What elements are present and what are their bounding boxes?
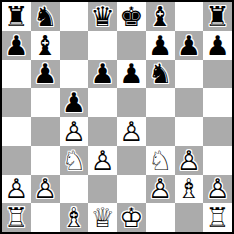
square-b4[interactable] [31,117,60,146]
square-e5[interactable] [117,88,146,117]
piece-white-king: ♚♔ [119,204,143,231]
piece-white-pawn: ♟♙ [91,147,115,174]
square-e7[interactable] [117,31,146,60]
piece-white-queen: ♛♕ [91,204,115,231]
square-a2[interactable]: ♟♙ [2,175,31,204]
square-a3[interactable] [2,146,31,175]
square-h5[interactable] [203,88,232,117]
square-b7[interactable]: ♝ [31,31,60,60]
square-h3[interactable] [203,146,232,175]
square-f1[interactable] [146,203,175,232]
square-e3[interactable] [117,146,146,175]
square-c3[interactable]: ♞♘ [60,146,89,175]
square-g2[interactable]: ♝♗ [175,175,204,204]
piece-white-knight: ♞♘ [148,147,172,174]
piece-black-pawn: ♟ [62,89,86,116]
square-c1[interactable]: ♝♗ [60,203,89,232]
piece-black-king: ♚ [119,3,143,30]
square-b6[interactable]: ♟ [31,60,60,89]
square-g1[interactable] [175,203,204,232]
piece-white-pawn: ♟♙ [206,175,230,202]
square-h6[interactable] [203,60,232,89]
square-f4[interactable] [146,117,175,146]
square-c8[interactable] [60,2,89,31]
square-c4[interactable]: ♟♙ [60,117,89,146]
square-e8[interactable]: ♚ [117,2,146,31]
square-h8[interactable]: ♜ [203,2,232,31]
piece-white-rook: ♜♖ [206,204,230,231]
square-d6[interactable]: ♟ [88,60,117,89]
square-g5[interactable] [175,88,204,117]
square-d3[interactable]: ♟♙ [88,146,117,175]
square-e4[interactable]: ♟♙ [117,117,146,146]
square-c2[interactable] [60,175,89,204]
square-a6[interactable] [2,60,31,89]
square-h4[interactable] [203,117,232,146]
square-g4[interactable] [175,117,204,146]
square-g6[interactable] [175,60,204,89]
square-f5[interactable] [146,88,175,117]
piece-black-pawn: ♟ [4,32,28,59]
square-h2[interactable]: ♟♙ [203,175,232,204]
piece-white-bishop: ♝♗ [177,175,201,202]
square-d5[interactable] [88,88,117,117]
square-g7[interactable]: ♟ [175,31,204,60]
piece-black-bishop: ♝ [148,3,172,30]
square-c5[interactable]: ♟ [60,88,89,117]
square-a1[interactable]: ♜♖ [2,203,31,232]
square-f8[interactable]: ♝ [146,2,175,31]
square-b2[interactable]: ♟♙ [31,175,60,204]
square-h1[interactable]: ♜♖ [203,203,232,232]
square-b1[interactable] [31,203,60,232]
square-b5[interactable] [31,88,60,117]
piece-black-pawn: ♟ [206,32,230,59]
piece-white-pawn: ♟♙ [62,118,86,145]
piece-white-pawn: ♟♙ [177,147,201,174]
piece-black-pawn: ♟ [91,60,115,87]
square-d8[interactable]: ♛ [88,2,117,31]
piece-black-pawn: ♟ [119,60,143,87]
square-b8[interactable]: ♞ [31,2,60,31]
square-d4[interactable] [88,117,117,146]
square-e6[interactable]: ♟ [117,60,146,89]
piece-black-queen: ♛ [91,3,115,30]
square-a8[interactable]: ♜ [2,2,31,31]
square-d7[interactable] [88,31,117,60]
square-c6[interactable] [60,60,89,89]
piece-black-pawn: ♟ [148,32,172,59]
square-c7[interactable] [60,31,89,60]
piece-white-pawn: ♟♙ [119,118,143,145]
piece-black-bishop: ♝ [33,32,57,59]
square-f3[interactable]: ♞♘ [146,146,175,175]
square-e1[interactable]: ♚♔ [117,203,146,232]
piece-black-rook: ♜ [4,3,28,30]
piece-black-knight: ♞ [148,60,172,87]
piece-white-rook: ♜♖ [4,204,28,231]
piece-white-knight: ♞♘ [62,147,86,174]
piece-white-pawn: ♟♙ [4,175,28,202]
square-h7[interactable]: ♟ [203,31,232,60]
square-a5[interactable] [2,88,31,117]
piece-white-pawn: ♟♙ [148,175,172,202]
square-d1[interactable]: ♛♕ [88,203,117,232]
square-f2[interactable]: ♟♙ [146,175,175,204]
square-b3[interactable] [31,146,60,175]
square-a4[interactable] [2,117,31,146]
square-d2[interactable] [88,175,117,204]
square-a7[interactable]: ♟ [2,31,31,60]
square-g8[interactable] [175,2,204,31]
square-e2[interactable] [117,175,146,204]
piece-black-rook: ♜ [206,3,230,30]
square-f7[interactable]: ♟ [146,31,175,60]
piece-white-pawn: ♟♙ [33,175,57,202]
square-g3[interactable]: ♟♙ [175,146,204,175]
piece-black-knight: ♞ [33,3,57,30]
chess-board: ♜♞♛♚♝♜♟♝♟♟♟♟♟♟♞♟♟♙♟♙♞♘♟♙♞♘♟♙♟♙♟♙♟♙♝♗♟♙♜♖… [0,0,234,234]
piece-white-bishop: ♝♗ [62,204,86,231]
square-f6[interactable]: ♞ [146,60,175,89]
piece-black-pawn: ♟ [177,32,201,59]
piece-black-pawn: ♟ [33,60,57,87]
